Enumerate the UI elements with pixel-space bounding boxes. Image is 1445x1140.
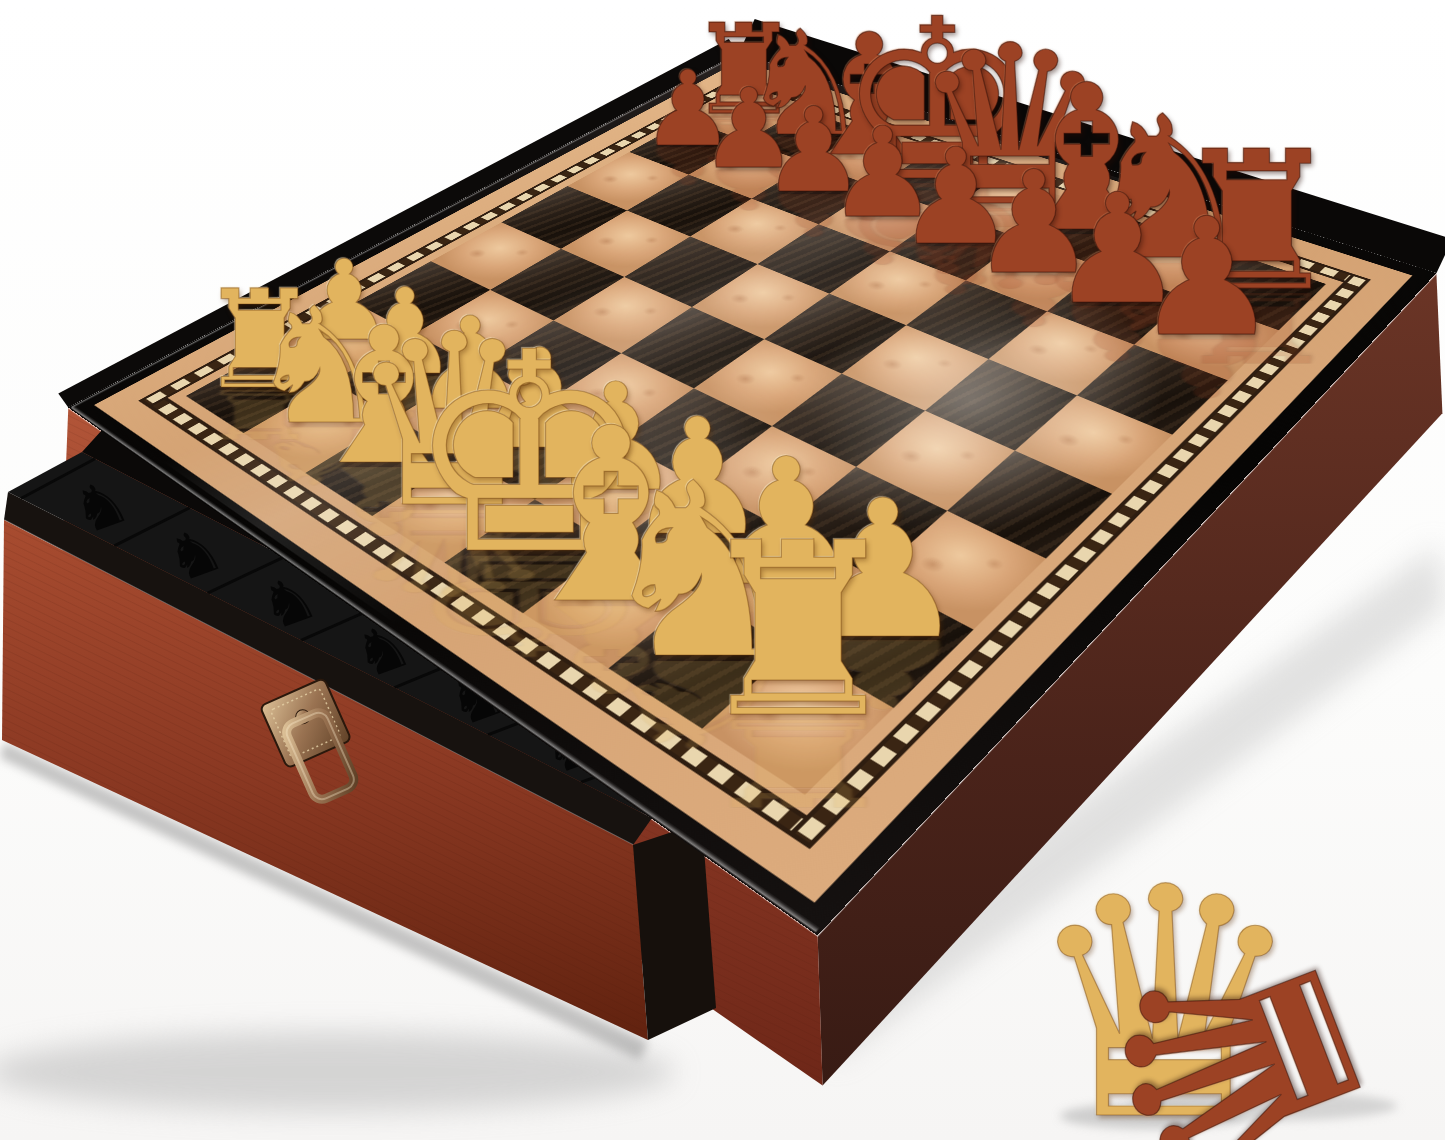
product-photo-stage: ♞♞♞♞♞♞ ♜♜♞♞♟♟♝♝♟♟♚♚♟♟♛♛♟♟♝♝♟♟♞♞♟♟♜♜♟ <box>0 0 1445 1140</box>
